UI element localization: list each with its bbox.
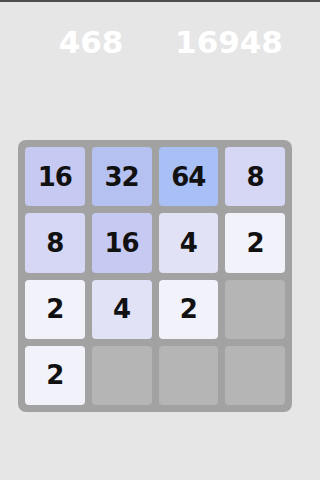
score-current: 468 <box>59 27 124 58</box>
tile-16: 16 <box>92 213 152 272</box>
tile-2: 2 <box>159 280 219 339</box>
tile-2: 2 <box>225 213 285 272</box>
tile-2: 2 <box>25 280 85 339</box>
empty-cell <box>159 346 219 405</box>
empty-cell <box>92 346 152 405</box>
tile-4: 4 <box>159 213 219 272</box>
tile-8: 8 <box>25 213 85 272</box>
tile-32: 32 <box>92 147 152 206</box>
tile-64: 64 <box>159 147 219 206</box>
tile-2: 2 <box>25 346 85 405</box>
board-grid[interactable]: 1632648816422422 <box>18 140 292 412</box>
empty-cell <box>225 280 285 339</box>
top-bar <box>0 0 320 2</box>
score-best: 16948 <box>175 27 283 58</box>
empty-cell <box>225 346 285 405</box>
tile-8: 8 <box>225 147 285 206</box>
tile-16: 16 <box>25 147 85 206</box>
tile-4: 4 <box>92 280 152 339</box>
